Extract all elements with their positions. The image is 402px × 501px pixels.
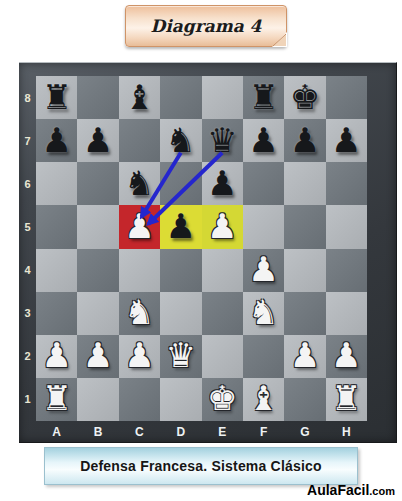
- square-h5: [326, 205, 367, 248]
- square-h3: [326, 292, 367, 335]
- square-h2: ♟: [326, 335, 367, 378]
- piece-black-knight-d7: ♞: [166, 123, 196, 157]
- square-b1: [77, 378, 118, 421]
- piece-white-pawn-c2: ♟: [124, 338, 154, 372]
- piece-white-pawn-b2: ♟: [83, 338, 113, 372]
- square-c8: ♝: [119, 76, 160, 119]
- piece-white-knight-c3: ♞: [124, 295, 154, 329]
- rank-label-3: 3: [19, 292, 36, 335]
- square-g4: [284, 249, 325, 292]
- square-f5: [243, 205, 284, 248]
- square-a5: [36, 205, 77, 248]
- square-a4: [36, 249, 77, 292]
- piece-black-rook-a8: ♜: [41, 80, 71, 114]
- piece-white-pawn-c5: ♟: [124, 209, 154, 243]
- square-e5: ♟: [202, 205, 243, 248]
- square-c3: ♞: [119, 292, 160, 335]
- piece-white-king-e1: ♚: [207, 381, 237, 415]
- piece-white-pawn-h2: ♟: [331, 338, 361, 372]
- square-a2: ♟: [36, 335, 77, 378]
- square-a1: ♜: [36, 378, 77, 421]
- square-e1: ♚: [202, 378, 243, 421]
- site-credit: AulaFacil.com: [307, 481, 395, 499]
- file-label-a: A: [36, 425, 77, 439]
- piece-white-bishop-f1: ♝: [248, 381, 278, 415]
- file-label-g: G: [284, 425, 325, 439]
- file-label-c: C: [119, 425, 160, 439]
- piece-black-pawn-e6: ♟: [207, 166, 237, 200]
- square-h1: ♜: [326, 378, 367, 421]
- piece-black-pawn-g7: ♟: [290, 123, 320, 157]
- square-b6: [77, 162, 118, 205]
- piece-white-rook-a1: ♜: [41, 381, 71, 415]
- square-d4: [160, 249, 201, 292]
- square-c2: ♟: [119, 335, 160, 378]
- square-d7: ♞: [160, 119, 201, 162]
- piece-black-pawn-d5: ♟: [166, 209, 196, 243]
- square-e2: [202, 335, 243, 378]
- square-b8: [77, 76, 118, 119]
- file-label-f: F: [243, 425, 284, 439]
- square-e6: ♟: [202, 162, 243, 205]
- square-f6: [243, 162, 284, 205]
- square-e3: [202, 292, 243, 335]
- piece-black-queen-e7: ♛: [207, 123, 237, 157]
- piece-black-pawn-b7: ♟: [83, 123, 113, 157]
- piece-white-pawn-f4: ♟: [248, 252, 278, 286]
- square-g1: [284, 378, 325, 421]
- piece-white-knight-f3: ♞: [248, 295, 278, 329]
- file-labels: ABCDEFGH: [36, 422, 367, 442]
- square-e8: [202, 76, 243, 119]
- title-text: Diagrama 4: [151, 16, 262, 36]
- square-g3: [284, 292, 325, 335]
- square-h6: [326, 162, 367, 205]
- square-g6: [284, 162, 325, 205]
- square-b2: ♟: [77, 335, 118, 378]
- piece-black-pawn-f7: ♟: [248, 123, 278, 157]
- square-c6: ♞: [119, 162, 160, 205]
- piece-black-pawn-a7: ♟: [41, 123, 71, 157]
- square-d6: [160, 162, 201, 205]
- rank-label-4: 4: [19, 249, 36, 292]
- piece-white-pawn-a2: ♟: [41, 338, 71, 372]
- caption-banner: Defensa Francesa. Sistema Clásico: [44, 447, 358, 485]
- square-c7: [119, 119, 160, 162]
- square-g8: ♚: [284, 76, 325, 119]
- piece-black-king-g8: ♚: [290, 80, 320, 114]
- chess-board-frame: 87654321 ♜♝♜♚♟♟♞♛♟♟♟♞♟♟♟♟♟♞♞♟♟♟♛♟♟♜♚♝♜ A…: [19, 62, 397, 443]
- square-h4: [326, 249, 367, 292]
- square-d3: [160, 292, 201, 335]
- square-a8: ♜: [36, 76, 77, 119]
- piece-black-bishop-c8: ♝: [124, 80, 154, 114]
- file-label-d: D: [160, 425, 201, 439]
- chess-board: ♜♝♜♚♟♟♞♛♟♟♟♞♟♟♟♟♟♞♞♟♟♟♛♟♟♜♚♝♜: [36, 76, 367, 421]
- rank-label-2: 2: [19, 335, 36, 378]
- square-g5: [284, 205, 325, 248]
- piece-black-rook-f8: ♜: [248, 80, 278, 114]
- square-f2: [243, 335, 284, 378]
- square-b4: [77, 249, 118, 292]
- file-label-h: H: [326, 425, 367, 439]
- piece-black-pawn-h7: ♟: [331, 123, 361, 157]
- rank-label-6: 6: [19, 162, 36, 205]
- square-f7: ♟: [243, 119, 284, 162]
- rank-label-5: 5: [19, 205, 36, 248]
- square-f4: ♟: [243, 249, 284, 292]
- square-d5: ♟: [160, 205, 201, 248]
- title-banner: Diagrama 4: [125, 5, 287, 47]
- square-a6: [36, 162, 77, 205]
- rank-labels: 87654321: [19, 76, 36, 421]
- square-g2: ♟: [284, 335, 325, 378]
- square-f3: ♞: [243, 292, 284, 335]
- square-e7: ♛: [202, 119, 243, 162]
- file-label-e: E: [202, 425, 243, 439]
- square-d1: [160, 378, 201, 421]
- folded-corner-icon: [272, 32, 287, 47]
- square-a3: [36, 292, 77, 335]
- square-f8: ♜: [243, 76, 284, 119]
- piece-black-knight-c6: ♞: [124, 166, 154, 200]
- site-credit-tld: .com: [369, 485, 395, 497]
- file-label-b: B: [77, 425, 118, 439]
- square-g7: ♟: [284, 119, 325, 162]
- rank-label-1: 1: [19, 378, 36, 421]
- square-b7: ♟: [77, 119, 118, 162]
- square-a7: ♟: [36, 119, 77, 162]
- square-h7: ♟: [326, 119, 367, 162]
- rank-label-7: 7: [19, 119, 36, 162]
- piece-white-pawn-g2: ♟: [290, 338, 320, 372]
- square-e4: [202, 249, 243, 292]
- square-d8: [160, 76, 201, 119]
- site-credit-name: AulaFacil: [307, 482, 369, 498]
- square-b3: [77, 292, 118, 335]
- square-h8: [326, 76, 367, 119]
- diagram-page: Diagrama 4 87654321 ♜♝♜♚♟♟♞♛♟♟♟♞♟♟♟♟♟♞♞♟…: [0, 0, 402, 501]
- square-c5: ♟: [119, 205, 160, 248]
- square-f1: ♝: [243, 378, 284, 421]
- piece-white-rook-h1: ♜: [331, 381, 361, 415]
- square-b5: [77, 205, 118, 248]
- square-c4: [119, 249, 160, 292]
- piece-white-queen-d2: ♛: [166, 338, 196, 372]
- rank-label-8: 8: [19, 76, 36, 119]
- square-d2: ♛: [160, 335, 201, 378]
- square-c1: [119, 378, 160, 421]
- piece-white-pawn-e5: ♟: [207, 209, 237, 243]
- caption-text: Defensa Francesa. Sistema Clásico: [80, 458, 322, 474]
